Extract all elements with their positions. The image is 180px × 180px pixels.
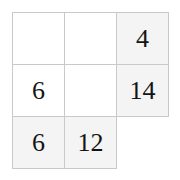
grid-cell-r3c1: 6: [12, 116, 65, 169]
grid-cell-r2c1: 6: [12, 64, 65, 117]
grid-cell-r3c2: 12: [64, 116, 117, 169]
puzzle-screenshot: 4614612: [0, 0, 180, 180]
grid-cell-r1c3: 4: [116, 12, 169, 65]
grid-cell-r2c3: 14: [116, 64, 169, 117]
grid-cell-r2c2[interactable]: [64, 64, 117, 117]
puzzle-board: 4614612: [12, 12, 169, 169]
grid-cell-r1c1[interactable]: [12, 12, 65, 65]
grid-cell-r1c2[interactable]: [64, 12, 117, 65]
